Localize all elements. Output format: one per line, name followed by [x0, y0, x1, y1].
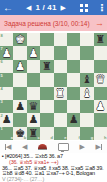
square-g1[interactable]: g: [80, 127, 93, 140]
piece-black-rook-d6[interactable]: ♜: [40, 60, 53, 73]
square-e6[interactable]: [54, 60, 67, 73]
solved-banner: Задача решена (3/10, 00:14) →: [0, 15, 107, 31]
first-move-button[interactable]: ◀: [5, 143, 11, 151]
square-e2[interactable]: [54, 113, 67, 126]
square-c8[interactable]: [27, 33, 40, 46]
square-a4[interactable]: 4: [0, 87, 13, 100]
square-g6[interactable]: [80, 60, 93, 73]
square-b1[interactable]: b♚: [13, 127, 26, 140]
square-f5[interactable]: [67, 73, 80, 86]
piece-black-rook-c1[interactable]: ♜: [27, 127, 40, 140]
square-c1[interactable]: c♜: [27, 127, 40, 140]
square-e5[interactable]: [54, 73, 67, 86]
square-h7[interactable]: [94, 46, 107, 59]
square-a6[interactable]: 6: [0, 60, 13, 73]
game-attribution: V (2734)-… (27…): [0, 177, 107, 182]
square-e3[interactable]: [54, 100, 67, 113]
square-f7[interactable]: [67, 46, 80, 59]
square-c7[interactable]: ♟: [27, 46, 40, 59]
square-f3[interactable]: [67, 100, 80, 113]
overflow-menu-icon[interactable]: ⋮: [97, 0, 107, 15]
square-g4[interactable]: ♝: [80, 87, 93, 100]
square-c3[interactable]: ♛: [27, 100, 40, 113]
square-h8[interactable]: ♜: [94, 33, 107, 46]
square-b3[interactable]: ♟: [13, 100, 26, 113]
puzzle-navigation: ◀ 1 / 41 ▶: [26, 0, 66, 15]
square-d6[interactable]: ♜: [40, 60, 53, 73]
piece-black-rook-h8[interactable]: ♜: [94, 33, 107, 46]
square-d2[interactable]: [40, 113, 53, 126]
piece-white-king-b8[interactable]: ♚: [13, 33, 26, 46]
square-b5[interactable]: [13, 73, 26, 86]
square-c5[interactable]: [27, 73, 40, 86]
previous-move-button[interactable]: ◀: [22, 143, 27, 151]
board-view-icon[interactable]: [58, 143, 69, 151]
previous-puzzle-icon[interactable]: ◀: [26, 0, 31, 15]
square-e8[interactable]: [54, 33, 67, 46]
square-a1[interactable]: 1a: [0, 127, 13, 140]
engine-icon[interactable]: [38, 144, 47, 150]
last-move-button[interactable]: ▶: [96, 143, 102, 151]
square-h1[interactable]: h: [94, 127, 107, 140]
top-app-bar: ← ◀ 1 / 41 ▶ ⋮: [0, 0, 107, 15]
rank-label-6: 6: [1, 60, 3, 64]
back-icon[interactable]: ←: [3, 0, 13, 15]
piece-white-pawn-a7[interactable]: ♟: [0, 46, 13, 59]
rank-label-5: 5: [1, 74, 3, 78]
piece-white-pawn-h3[interactable]: ♟: [94, 100, 107, 113]
piece-black-king-b1[interactable]: ♚: [13, 127, 26, 140]
square-b7[interactable]: [13, 46, 26, 59]
square-h6[interactable]: [94, 60, 107, 73]
move-list[interactable]: ▪ [#2064] 35... ♖xb5 36. a7 (36. ♕xb5 ♕x…: [0, 154, 107, 182]
square-f6[interactable]: [67, 60, 80, 73]
piece-white-rook-e4[interactable]: ♜: [54, 87, 67, 100]
square-h2[interactable]: [94, 113, 107, 126]
square-a7[interactable]: 7♟: [0, 46, 13, 59]
file-label-h: h: [104, 136, 106, 140]
piece-black-pawn-c2[interactable]: ♟: [27, 113, 40, 126]
square-e4[interactable]: ♜: [54, 87, 67, 100]
square-b6[interactable]: ♟: [13, 60, 26, 73]
rank-label-4: 4: [1, 87, 3, 91]
playback-toolbar: ◀ ◀ ▶ ▶: [0, 141, 107, 153]
piece-black-pawn-f2[interactable]: ♟: [67, 113, 80, 126]
continue-arrow-icon[interactable]: →: [95, 18, 104, 28]
square-d1[interactable]: d: [40, 127, 53, 140]
square-e7[interactable]: [54, 46, 67, 59]
square-g3[interactable]: [80, 100, 93, 113]
rank-label-8: 8: [1, 34, 3, 38]
square-a3[interactable]: 3: [0, 100, 13, 113]
square-g7[interactable]: [80, 46, 93, 59]
rank-label-1: 1: [1, 127, 3, 131]
puzzle-counter: 1 / 41: [35, 3, 56, 12]
square-f8[interactable]: [67, 33, 80, 46]
square-a8[interactable]: 8: [0, 33, 13, 46]
square-f2[interactable]: ♟: [67, 113, 80, 126]
square-h3[interactable]: ♟: [94, 100, 107, 113]
square-b4[interactable]: [13, 87, 26, 100]
puzzle-list-grid-icon[interactable]: [80, 4, 88, 12]
square-d4[interactable]: [40, 87, 53, 100]
square-h4[interactable]: [94, 87, 107, 100]
square-a5[interactable]: 5: [0, 73, 13, 86]
square-c6[interactable]: [27, 60, 40, 73]
square-a2[interactable]: 2♟: [0, 113, 13, 126]
square-c4[interactable]: [27, 87, 40, 100]
piece-black-pawn-b3[interactable]: ♟: [13, 100, 26, 113]
rank-label-3: 3: [1, 100, 3, 104]
square-g8[interactable]: [80, 33, 93, 46]
square-g5[interactable]: ♝: [80, 73, 93, 86]
square-d3[interactable]: [40, 100, 53, 113]
square-f4[interactable]: [67, 87, 80, 100]
square-e1[interactable]: e: [54, 127, 67, 140]
board: 8♚♜7♟♟6♟♜5♝♛4♜♝3♟♛♟2♟♟♟1ab♚c♜defgh: [0, 33, 107, 140]
next-move-button[interactable]: ▶: [80, 143, 85, 151]
piece-black-queen-c3[interactable]: ♛: [27, 100, 40, 113]
piece-white-bishop-g4[interactable]: ♝: [80, 87, 93, 100]
square-c2[interactable]: ♟: [27, 113, 40, 126]
solved-message: Задача решена (3/10, 00:14): [4, 20, 90, 27]
square-f1[interactable]: f: [67, 127, 80, 140]
next-puzzle-icon[interactable]: ▶: [61, 0, 66, 15]
piece-black-pawn-a2[interactable]: ♟: [0, 113, 13, 126]
square-h5[interactable]: ♛: [94, 73, 107, 86]
piece-white-pawn-b6[interactable]: ♟: [13, 60, 26, 73]
piece-white-pawn-c7[interactable]: ♟: [27, 46, 40, 59]
piece-white-queen-h5[interactable]: ♛: [94, 73, 107, 86]
square-b2[interactable]: [13, 113, 26, 126]
app-screen: ← ◀ 1 / 41 ▶ ⋮ Задача решена (3/10, 00:1…: [0, 0, 107, 182]
square-d8[interactable]: [40, 33, 53, 46]
square-d7[interactable]: [40, 46, 53, 59]
square-b8[interactable]: ♚: [13, 33, 26, 46]
piece-black-bishop-g5[interactable]: ♝: [80, 73, 93, 86]
square-g2[interactable]: [80, 113, 93, 126]
square-d5[interactable]: [40, 73, 53, 86]
